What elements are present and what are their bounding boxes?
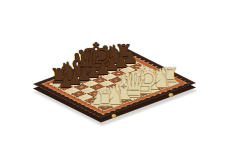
brass-hinge: [111, 114, 116, 118]
chess-set-photo: ♜♞♝♛♚♝♞♜♟♟♟♟♟♟♟♟♟♟♟♟♟♟♟♟♜♞♝♛♚♝♞♜: [0, 0, 240, 150]
brass-hinge: [168, 93, 173, 97]
piece-black-pawn[interactable]: ♟: [58, 73, 73, 90]
piece-white-rook[interactable]: ♜: [96, 89, 115, 110]
